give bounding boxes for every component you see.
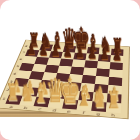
chess-set-photo: ♜♞♝♛♚♝♞♜♟♟♟♟♟♟♟♟♟♟♟♟♟♟♟♟♜♞♝♛♚♝♞♜ abcdefg… bbox=[0, 0, 140, 140]
square-h1: ♜ bbox=[106, 102, 121, 113]
white-rook-a1: ♜ bbox=[6, 82, 19, 105]
black-pawn-a7: ♟ bbox=[26, 41, 35, 57]
white-bishop-f1: ♝ bbox=[76, 83, 92, 110]
black-pawn-c7: ♟ bbox=[50, 42, 59, 58]
page-background: ♜♞♝♛♚♝♞♜♟♟♟♟♟♟♟♟♟♟♟♟♟♟♟♟♜♞♝♛♚♝♞♜ abcdefg… bbox=[0, 0, 140, 140]
file-label-f: f bbox=[76, 110, 91, 115]
square-h7: ♟ bbox=[110, 55, 123, 63]
file-label-h: h bbox=[106, 112, 121, 117]
black-pawn-g7: ♟ bbox=[99, 46, 108, 62]
product-photo-tile: ♜♞♝♛♚♝♞♜♟♟♟♟♟♟♟♟♟♟♟♟♟♟♟♟♜♞♝♛♚♝♞♜ abcdefg… bbox=[0, 0, 140, 140]
board-perspective-wrapper: ♜♞♝♛♚♝♞♜♟♟♟♟♟♟♟♟♟♟♟♟♟♟♟♟♜♞♝♛♚♝♞♜ abcdefg… bbox=[11, 15, 129, 133]
chess-board: ♜♞♝♛♚♝♞♜♟♟♟♟♟♟♟♟♟♟♟♟♟♟♟♟♜♞♝♛♚♝♞♜ abcdefg… bbox=[0, 40, 130, 120]
white-rook-h1: ♜ bbox=[106, 89, 120, 112]
file-label-g: g bbox=[91, 111, 106, 116]
black-pawn-h7: ♟ bbox=[112, 46, 122, 62]
black-pawn-f7: ♟ bbox=[87, 45, 96, 61]
square-g7: ♟ bbox=[98, 54, 111, 62]
black-pawn-e7: ♟ bbox=[75, 44, 84, 60]
square-h5 bbox=[109, 69, 123, 78]
square-g5 bbox=[96, 68, 110, 77]
square-g1: ♞ bbox=[91, 101, 107, 112]
square-f7: ♟ bbox=[86, 54, 99, 62]
file-label-e: e bbox=[61, 109, 76, 114]
black-pawn-b7: ♟ bbox=[38, 42, 47, 58]
square-e7: ♟ bbox=[73, 53, 86, 61]
square-f1: ♝ bbox=[77, 100, 93, 111]
white-knight-b1: ♞ bbox=[19, 81, 33, 105]
black-pawn-d7: ♟ bbox=[63, 43, 72, 59]
white-knight-g1: ♞ bbox=[91, 87, 106, 112]
